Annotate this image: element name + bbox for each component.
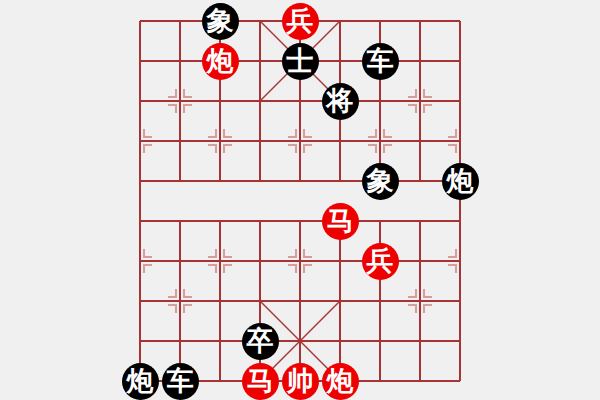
piece-black-soldier[interactable]: 卒 [242, 323, 279, 360]
xiangqi-diagram: 象兵炮士车将象炮马兵卒炮车马帅炮 [0, 0, 600, 400]
pieces-layer: 象兵炮士车将象炮马兵卒炮车马帅炮 [120, 1, 480, 400]
piece-black-elephant[interactable]: 象 [202, 3, 239, 40]
piece-red-cannon[interactable]: 炮 [322, 363, 359, 400]
piece-red-horse[interactable]: 马 [242, 363, 279, 400]
piece-black-chariot[interactable]: 车 [362, 43, 399, 80]
piece-red-soldier[interactable]: 兵 [282, 3, 319, 40]
piece-black-advisor[interactable]: 士 [282, 43, 319, 80]
piece-red-general[interactable]: 帅 [282, 363, 319, 400]
piece-black-elephant[interactable]: 象 [362, 163, 399, 200]
piece-black-general[interactable]: 将 [322, 83, 359, 120]
piece-black-cannon[interactable]: 炮 [122, 363, 159, 400]
piece-red-horse[interactable]: 马 [322, 203, 359, 240]
piece-red-cannon[interactable]: 炮 [202, 43, 239, 80]
piece-black-chariot[interactable]: 车 [162, 363, 199, 400]
piece-black-cannon[interactable]: 炮 [442, 163, 479, 200]
piece-red-soldier[interactable]: 兵 [362, 243, 399, 280]
